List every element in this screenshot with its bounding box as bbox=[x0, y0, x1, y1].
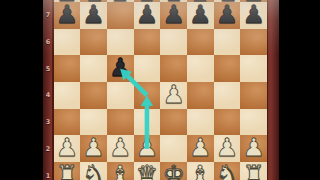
square-b2[interactable]: ♟ bbox=[80, 135, 107, 162]
square-g3[interactable] bbox=[214, 109, 241, 136]
chess-board: ♜♞♝♛♚♝♞♜♟♟♟♟♟♟♟♟♟♟♟♟♟♟♟♟♜♞♝♛♚♝♞♜ bbox=[54, 0, 268, 180]
square-a4[interactable] bbox=[54, 82, 81, 109]
square-g1[interactable]: ♞ bbox=[214, 162, 241, 180]
square-e7[interactable]: ♟ bbox=[160, 2, 187, 29]
piece-black-pawn[interactable]: ♟ bbox=[187, 2, 214, 29]
square-g7[interactable]: ♟ bbox=[214, 2, 241, 29]
square-a6[interactable] bbox=[54, 29, 81, 56]
square-e3[interactable] bbox=[160, 109, 187, 136]
piece-white-bishop[interactable]: ♝ bbox=[107, 162, 134, 180]
square-b3[interactable] bbox=[80, 109, 107, 136]
square-h7[interactable]: ♟ bbox=[240, 2, 267, 29]
piece-white-pawn[interactable]: ♟ bbox=[54, 135, 81, 162]
piece-black-pawn[interactable]: ♟ bbox=[80, 2, 107, 29]
square-f1[interactable]: ♝ bbox=[187, 162, 214, 180]
piece-black-pawn[interactable]: ♟ bbox=[214, 2, 241, 29]
square-g6[interactable] bbox=[214, 29, 241, 56]
square-c6[interactable] bbox=[107, 29, 134, 56]
square-c3[interactable] bbox=[107, 109, 134, 136]
square-d5[interactable] bbox=[134, 55, 161, 82]
square-g4[interactable] bbox=[214, 82, 241, 109]
piece-black-pawn[interactable]: ♟ bbox=[54, 2, 81, 29]
square-a7[interactable]: ♟ bbox=[54, 2, 81, 29]
square-c1[interactable]: ♝ bbox=[107, 162, 134, 180]
square-a1[interactable]: ♜ bbox=[54, 162, 81, 180]
square-b5[interactable] bbox=[80, 55, 107, 82]
piece-white-knight[interactable]: ♞ bbox=[80, 162, 107, 180]
piece-white-pawn[interactable]: ♟ bbox=[240, 135, 267, 162]
square-h6[interactable] bbox=[240, 29, 267, 56]
square-h5[interactable] bbox=[240, 55, 267, 82]
square-a3[interactable] bbox=[54, 109, 81, 136]
piece-black-pawn[interactable]: ♟ bbox=[240, 2, 267, 29]
square-d2[interactable]: ♟ bbox=[134, 135, 161, 162]
square-h1[interactable]: ♜ bbox=[240, 162, 267, 180]
piece-black-pawn[interactable]: ♟ bbox=[107, 55, 134, 82]
piece-white-rook[interactable]: ♜ bbox=[54, 162, 81, 180]
square-d3[interactable] bbox=[134, 109, 161, 136]
piece-white-rook[interactable]: ♜ bbox=[240, 162, 267, 180]
square-a2[interactable]: ♟ bbox=[54, 135, 81, 162]
piece-white-pawn[interactable]: ♟ bbox=[80, 135, 107, 162]
square-e6[interactable] bbox=[160, 29, 187, 56]
square-h2[interactable]: ♟ bbox=[240, 135, 267, 162]
square-g2[interactable]: ♟ bbox=[214, 135, 241, 162]
piece-white-queen[interactable]: ♛ bbox=[134, 162, 161, 180]
piece-white-pawn[interactable]: ♟ bbox=[187, 135, 214, 162]
square-g5[interactable] bbox=[214, 55, 241, 82]
square-e5[interactable] bbox=[160, 55, 187, 82]
square-h3[interactable] bbox=[240, 109, 267, 136]
rank-label-5: 5 bbox=[44, 65, 53, 73]
piece-white-bishop[interactable]: ♝ bbox=[187, 162, 214, 180]
piece-black-pawn[interactable]: ♟ bbox=[134, 2, 161, 29]
piece-white-pawn[interactable]: ♟ bbox=[107, 135, 134, 162]
square-d6[interactable] bbox=[134, 29, 161, 56]
rank-label-6: 6 bbox=[44, 38, 53, 46]
square-e2[interactable] bbox=[160, 135, 187, 162]
square-c2[interactable]: ♟ bbox=[107, 135, 134, 162]
square-f6[interactable] bbox=[187, 29, 214, 56]
piece-white-pawn[interactable]: ♟ bbox=[214, 135, 241, 162]
square-f3[interactable] bbox=[187, 109, 214, 136]
square-e4[interactable]: ♟ bbox=[160, 82, 187, 109]
square-c7[interactable] bbox=[107, 2, 134, 29]
square-f7[interactable]: ♟ bbox=[187, 2, 214, 29]
rank-label-1: 1 bbox=[44, 172, 53, 180]
piece-white-king[interactable]: ♚ bbox=[160, 162, 187, 180]
square-c5[interactable]: ♟ bbox=[107, 55, 134, 82]
square-f5[interactable] bbox=[187, 55, 214, 82]
square-f2[interactable]: ♟ bbox=[187, 135, 214, 162]
square-e1[interactable]: ♚ bbox=[160, 162, 187, 180]
square-b6[interactable] bbox=[80, 29, 107, 56]
rank-label-4: 4 bbox=[44, 91, 53, 99]
rank-label-7: 7 bbox=[44, 11, 53, 19]
square-b1[interactable]: ♞ bbox=[80, 162, 107, 180]
square-d1[interactable]: ♛ bbox=[134, 162, 161, 180]
square-a5[interactable] bbox=[54, 55, 81, 82]
square-d7[interactable]: ♟ bbox=[134, 2, 161, 29]
square-b4[interactable] bbox=[80, 82, 107, 109]
rank-label-2: 2 bbox=[44, 145, 53, 153]
chess-app: ♜♞♝♛♚♝♞♜♟♟♟♟♟♟♟♟♟♟♟♟♟♟♟♟♜♞♝♛♚♝♞♜ 7654321 bbox=[0, 0, 320, 180]
rank-label-3: 3 bbox=[44, 118, 53, 126]
square-c4[interactable] bbox=[107, 82, 134, 109]
square-f4[interactable] bbox=[187, 82, 214, 109]
piece-white-pawn[interactable]: ♟ bbox=[134, 135, 161, 162]
square-d4[interactable] bbox=[134, 82, 161, 109]
piece-white-pawn[interactable]: ♟ bbox=[160, 82, 187, 109]
square-b7[interactable]: ♟ bbox=[80, 2, 107, 29]
piece-black-pawn[interactable]: ♟ bbox=[160, 2, 187, 29]
square-h4[interactable] bbox=[240, 82, 267, 109]
piece-white-knight[interactable]: ♞ bbox=[214, 162, 241, 180]
